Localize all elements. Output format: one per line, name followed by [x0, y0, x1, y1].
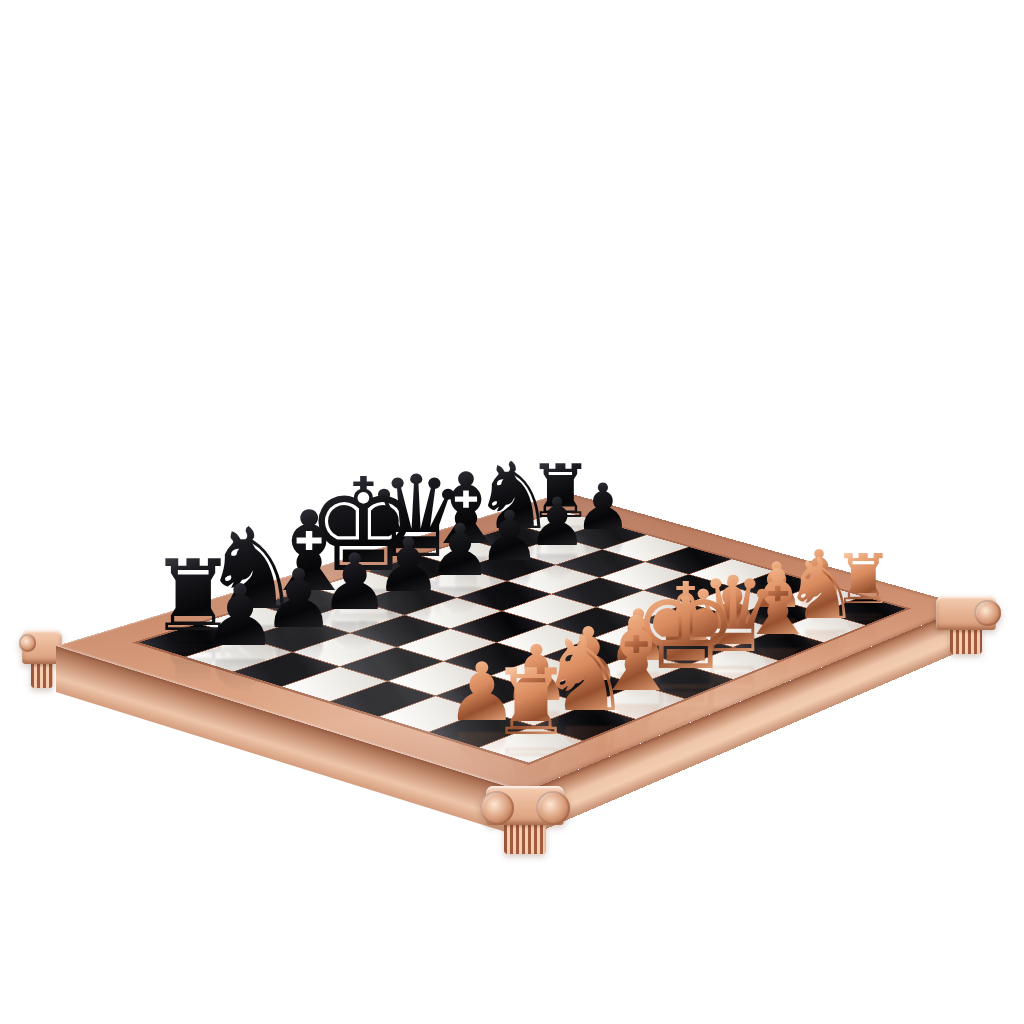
foot-flutes — [31, 664, 53, 688]
piece-black-pawn-h7[interactable]: ♟♟ — [202, 575, 278, 660]
foot-capital — [936, 596, 996, 630]
foot-flutes — [504, 825, 546, 854]
foot-scroll-icon — [974, 600, 1000, 626]
foot-scroll-icon — [19, 634, 37, 652]
white-rook-glyph: ♜ — [490, 657, 572, 749]
chess-set-photo: ♜♜♞♞♝♝♛♛♚♚♝♝♞♞♜♜♟♟♟♟♟♟♟♟♟♟♟♟♟♟♟♟♟♟♟♟♟♟♟♟… — [0, 0, 1024, 1024]
foot-flutes — [950, 630, 982, 654]
piece-white-rook-h1[interactable]: ♜♜ — [490, 657, 572, 749]
corner-foot-east — [936, 596, 996, 654]
black-pawn-glyph: ♟ — [202, 575, 278, 660]
